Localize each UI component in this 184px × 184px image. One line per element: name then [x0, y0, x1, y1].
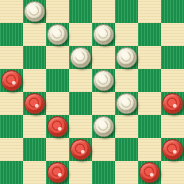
- square-r7c5: [115, 161, 138, 184]
- red-checker[interactable]: [139, 162, 160, 183]
- square-r2c6: [138, 46, 161, 69]
- square-r7c7: [161, 161, 184, 184]
- square-r6c1[interactable]: [23, 138, 46, 161]
- square-r0c5[interactable]: [115, 0, 138, 23]
- square-r2c5[interactable]: [115, 46, 138, 69]
- square-r1c2[interactable]: [46, 23, 69, 46]
- square-r0c1[interactable]: [23, 0, 46, 23]
- square-r2c0: [0, 46, 23, 69]
- square-r7c3: [69, 161, 92, 184]
- square-r5c5: [115, 115, 138, 138]
- red-checker[interactable]: [70, 139, 91, 160]
- square-r2c4: [92, 46, 115, 69]
- square-r7c0[interactable]: [0, 161, 23, 184]
- square-r2c1[interactable]: [23, 46, 46, 69]
- square-r6c7[interactable]: [161, 138, 184, 161]
- square-r6c4: [92, 138, 115, 161]
- square-r3c6[interactable]: [138, 69, 161, 92]
- checkers-board: [0, 0, 184, 184]
- square-r5c0[interactable]: [0, 115, 23, 138]
- square-r1c6[interactable]: [138, 23, 161, 46]
- square-r6c2: [46, 138, 69, 161]
- square-r0c6: [138, 0, 161, 23]
- red-checker[interactable]: [47, 116, 68, 137]
- square-r3c2[interactable]: [46, 69, 69, 92]
- red-checker[interactable]: [24, 93, 45, 114]
- white-checker[interactable]: [116, 93, 137, 114]
- red-checker[interactable]: [47, 162, 68, 183]
- square-r7c4[interactable]: [92, 161, 115, 184]
- square-r0c2: [46, 0, 69, 23]
- square-r0c3[interactable]: [69, 0, 92, 23]
- square-r3c1: [23, 69, 46, 92]
- white-checker[interactable]: [47, 24, 68, 45]
- square-r4c0: [0, 92, 23, 115]
- square-r1c3: [69, 23, 92, 46]
- red-checker[interactable]: [162, 93, 183, 114]
- square-r6c6: [138, 138, 161, 161]
- white-checker[interactable]: [116, 47, 137, 68]
- square-r1c5: [115, 23, 138, 46]
- square-r4c2: [46, 92, 69, 115]
- square-r2c3[interactable]: [69, 46, 92, 69]
- square-r1c0[interactable]: [0, 23, 23, 46]
- square-r6c5[interactable]: [115, 138, 138, 161]
- white-checker[interactable]: [93, 116, 114, 137]
- square-r3c4[interactable]: [92, 69, 115, 92]
- square-r0c7[interactable]: [161, 0, 184, 23]
- square-r1c1: [23, 23, 46, 46]
- square-r4c6: [138, 92, 161, 115]
- square-r1c4[interactable]: [92, 23, 115, 46]
- square-r3c7: [161, 69, 184, 92]
- white-checker[interactable]: [24, 1, 45, 22]
- square-r5c7: [161, 115, 184, 138]
- square-r5c4[interactable]: [92, 115, 115, 138]
- square-r5c1: [23, 115, 46, 138]
- square-r3c5: [115, 69, 138, 92]
- white-checker[interactable]: [93, 70, 114, 91]
- square-r4c5[interactable]: [115, 92, 138, 115]
- square-r7c1: [23, 161, 46, 184]
- square-r4c7[interactable]: [161, 92, 184, 115]
- red-checker[interactable]: [162, 139, 183, 160]
- red-checker[interactable]: [1, 70, 22, 91]
- square-r0c4: [92, 0, 115, 23]
- square-r2c7[interactable]: [161, 46, 184, 69]
- square-r4c3[interactable]: [69, 92, 92, 115]
- square-r6c0: [0, 138, 23, 161]
- square-r4c4: [92, 92, 115, 115]
- square-r5c6[interactable]: [138, 115, 161, 138]
- square-r6c3[interactable]: [69, 138, 92, 161]
- square-r3c3: [69, 69, 92, 92]
- square-r2c2: [46, 46, 69, 69]
- square-r5c3: [69, 115, 92, 138]
- square-r7c6[interactable]: [138, 161, 161, 184]
- white-checker[interactable]: [70, 47, 91, 68]
- square-r4c1[interactable]: [23, 92, 46, 115]
- square-r3c0[interactable]: [0, 69, 23, 92]
- square-r5c2[interactable]: [46, 115, 69, 138]
- square-r1c7: [161, 23, 184, 46]
- white-checker[interactable]: [93, 24, 114, 45]
- square-r7c2[interactable]: [46, 161, 69, 184]
- square-r0c0: [0, 0, 23, 23]
